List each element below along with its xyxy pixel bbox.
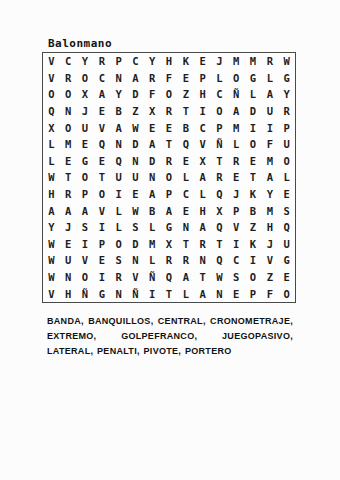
- grid-cell[interactable]: E: [177, 70, 194, 87]
- grid-cell[interactable]: R: [261, 53, 278, 70]
- grid-cell[interactable]: O: [77, 70, 94, 87]
- grid-cell[interactable]: A: [194, 169, 211, 186]
- grid-cell[interactable]: E: [194, 53, 211, 70]
- grid-cell[interactable]: B: [144, 202, 161, 219]
- grid-cell[interactable]: A: [261, 169, 278, 186]
- grid-cell[interactable]: J: [77, 103, 94, 120]
- grid-cell[interactable]: B: [110, 103, 127, 120]
- grid-cell[interactable]: G: [77, 153, 94, 170]
- grid-cell[interactable]: A: [261, 86, 278, 103]
- grid-cell[interactable]: I: [261, 119, 278, 136]
- grid-cell[interactable]: A: [60, 202, 77, 219]
- grid-cell[interactable]: F: [161, 70, 178, 87]
- grid-cell[interactable]: W: [43, 269, 60, 286]
- word-list: BANDA, BANQUILLOS, CENTRAL, CRONOMETRAJE…: [47, 314, 293, 359]
- grid-cell[interactable]: I: [245, 119, 262, 136]
- grid-cell[interactable]: N: [211, 285, 228, 302]
- grid-cell[interactable]: P: [211, 119, 228, 136]
- grid-cell[interactable]: I: [245, 252, 262, 269]
- grid-cell[interactable]: M: [144, 236, 161, 253]
- grid-cell[interactable]: N: [194, 252, 211, 269]
- grid-cell[interactable]: Y: [278, 86, 295, 103]
- grid-cell[interactable]: V: [261, 252, 278, 269]
- grid-cell[interactable]: L: [194, 186, 211, 203]
- grid-cell[interactable]: D: [245, 103, 262, 120]
- grid-cell[interactable]: G: [278, 70, 295, 87]
- grid-cell[interactable]: U: [261, 103, 278, 120]
- grid-cell[interactable]: N: [110, 70, 127, 87]
- grid-cell[interactable]: W: [127, 119, 144, 136]
- grid-cell[interactable]: Y: [261, 186, 278, 203]
- grid-cell[interactable]: Q: [211, 219, 228, 236]
- grid-cell[interactable]: T: [93, 169, 110, 186]
- grid-cell[interactable]: S: [127, 219, 144, 236]
- grid-cell[interactable]: C: [93, 70, 110, 87]
- grid-cell[interactable]: N: [177, 219, 194, 236]
- grid-cell[interactable]: E: [278, 269, 295, 286]
- grid-cell[interactable]: M: [228, 119, 245, 136]
- grid-cell[interactable]: T: [177, 103, 194, 120]
- grid-cell[interactable]: L: [177, 285, 194, 302]
- grid-cell[interactable]: E: [228, 285, 245, 302]
- grid-cell[interactable]: R: [228, 153, 245, 170]
- grid-cell[interactable]: L: [278, 169, 295, 186]
- grid-cell[interactable]: R: [211, 169, 228, 186]
- grid-cell[interactable]: A: [144, 136, 161, 153]
- grid-cell[interactable]: M: [60, 136, 77, 153]
- grid-cell[interactable]: Z: [177, 86, 194, 103]
- grid-cell[interactable]: K: [177, 53, 194, 70]
- grid-cell[interactable]: L: [177, 169, 194, 186]
- grid-cell[interactable]: P: [93, 236, 110, 253]
- grid-cell[interactable]: R: [110, 269, 127, 286]
- grid-cell[interactable]: I: [93, 219, 110, 236]
- grid-cell[interactable]: R: [177, 252, 194, 269]
- grid-cell[interactable]: D: [127, 86, 144, 103]
- grid-cell[interactable]: A: [228, 103, 245, 120]
- grid-cell[interactable]: O: [93, 186, 110, 203]
- grid-cell[interactable]: S: [278, 202, 295, 219]
- grid-cell[interactable]: F: [144, 86, 161, 103]
- grid-cell[interactable]: O: [60, 119, 77, 136]
- grid-cell[interactable]: N: [60, 269, 77, 286]
- grid-cell[interactable]: L: [211, 70, 228, 87]
- grid-cell[interactable]: J: [261, 236, 278, 253]
- grid-cell[interactable]: V: [43, 70, 60, 87]
- grid-cell[interactable]: W: [278, 53, 295, 70]
- grid-cell[interactable]: X: [194, 153, 211, 170]
- grid-cell[interactable]: L: [144, 219, 161, 236]
- grid-cell[interactable]: S: [228, 269, 245, 286]
- grid-cell[interactable]: E: [60, 153, 77, 170]
- grid-cell[interactable]: Z: [261, 269, 278, 286]
- grid-cell[interactable]: O: [245, 269, 262, 286]
- grid-cell[interactable]: R: [161, 103, 178, 120]
- grid-cell[interactable]: V: [228, 219, 245, 236]
- grid-cell[interactable]: X: [161, 236, 178, 253]
- grid-cell[interactable]: W: [211, 269, 228, 286]
- grid-cell[interactable]: X: [43, 119, 60, 136]
- grid-cell[interactable]: W: [43, 169, 60, 186]
- grid-cell[interactable]: U: [278, 236, 295, 253]
- grid-cell[interactable]: A: [177, 269, 194, 286]
- grid-cell[interactable]: W: [43, 252, 60, 269]
- grid-cell[interactable]: N: [110, 136, 127, 153]
- grid-cell[interactable]: D: [127, 236, 144, 253]
- grid-cell[interactable]: Q: [211, 252, 228, 269]
- grid-cell[interactable]: E: [93, 103, 110, 120]
- grid-cell[interactable]: F: [261, 136, 278, 153]
- grid-cell[interactable]: V: [93, 202, 110, 219]
- grid-cell[interactable]: X: [144, 103, 161, 120]
- grid-cell[interactable]: Ñ: [127, 285, 144, 302]
- grid-cell[interactable]: K: [245, 186, 262, 203]
- grid-cell[interactable]: P: [278, 119, 295, 136]
- grid-cell[interactable]: Y: [144, 53, 161, 70]
- grid-cell[interactable]: V: [93, 119, 110, 136]
- grid-cell[interactable]: N: [60, 103, 77, 120]
- grid-cell[interactable]: Y: [110, 86, 127, 103]
- grid-cell[interactable]: O: [43, 86, 60, 103]
- grid-cell[interactable]: M: [261, 153, 278, 170]
- grid-cell[interactable]: A: [110, 119, 127, 136]
- grid-cell[interactable]: T: [161, 136, 178, 153]
- grid-cell[interactable]: U: [127, 169, 144, 186]
- grid-cell[interactable]: A: [43, 202, 60, 219]
- grid-cell[interactable]: Y: [77, 53, 94, 70]
- grid-cell[interactable]: P: [228, 202, 245, 219]
- grid-cell[interactable]: H: [161, 53, 178, 70]
- grid-cell[interactable]: S: [77, 219, 94, 236]
- grid-cell[interactable]: N: [110, 285, 127, 302]
- grid-cell[interactable]: E: [77, 136, 94, 153]
- grid-cell[interactable]: V: [43, 53, 60, 70]
- grid-cell[interactable]: T: [177, 236, 194, 253]
- grid-cell[interactable]: B: [245, 202, 262, 219]
- grid-cell[interactable]: E: [278, 186, 295, 203]
- grid-cell[interactable]: I: [77, 236, 94, 253]
- grid-cell[interactable]: A: [194, 219, 211, 236]
- grid-cell[interactable]: M: [228, 53, 245, 70]
- grid-cell[interactable]: R: [60, 70, 77, 87]
- grid-cell[interactable]: Q: [93, 136, 110, 153]
- grid-cell[interactable]: W: [127, 202, 144, 219]
- grid-cell[interactable]: L: [43, 153, 60, 170]
- grid-cell[interactable]: P: [245, 285, 262, 302]
- grid-cell[interactable]: C: [60, 53, 77, 70]
- grid-cell[interactable]: T: [194, 269, 211, 286]
- grid-cell[interactable]: L: [245, 86, 262, 103]
- grid-cell[interactable]: E: [228, 169, 245, 186]
- grid-cell[interactable]: E: [245, 153, 262, 170]
- word-search-grid: VCYRPCYHKEJMMRWVROCNARFEPLOGLGOOXAYDFOZH…: [42, 52, 296, 303]
- grid-cell[interactable]: O: [161, 169, 178, 186]
- grid-cell[interactable]: R: [144, 70, 161, 87]
- grid-cell[interactable]: E: [127, 186, 144, 203]
- grid-cell[interactable]: V: [77, 252, 94, 269]
- grid-cell[interactable]: Z: [127, 103, 144, 120]
- grid-cell[interactable]: K: [245, 236, 262, 253]
- grid-cell[interactable]: E: [177, 202, 194, 219]
- grid-cell[interactable]: G: [278, 252, 295, 269]
- grid-cell[interactable]: I: [93, 269, 110, 286]
- grid-cell[interactable]: E: [60, 236, 77, 253]
- grid-cell[interactable]: Q: [110, 153, 127, 170]
- grid-cell[interactable]: Q: [177, 136, 194, 153]
- grid-cell[interactable]: E: [177, 153, 194, 170]
- grid-cell[interactable]: A: [127, 70, 144, 87]
- grid-cell[interactable]: N: [144, 169, 161, 186]
- grid-cell[interactable]: O: [245, 136, 262, 153]
- grid-cell[interactable]: Ñ: [144, 269, 161, 286]
- grid-cell[interactable]: O: [77, 269, 94, 286]
- grid-cell[interactable]: L: [110, 202, 127, 219]
- grid-cell[interactable]: R: [278, 103, 295, 120]
- grid-cell[interactable]: W: [43, 236, 60, 253]
- grid-cell[interactable]: Z: [245, 219, 262, 236]
- grid-cell[interactable]: L: [43, 136, 60, 153]
- grid-cell[interactable]: Q: [278, 219, 295, 236]
- grid-cell[interactable]: Q: [43, 103, 60, 120]
- worksheet-page: Balonmano VCYRPCYHKEJMMRWVROCNARFEPLOGLG…: [0, 0, 340, 480]
- grid-cell[interactable]: L: [228, 136, 245, 153]
- grid-cell[interactable]: D: [127, 136, 144, 153]
- grid-cell[interactable]: H: [60, 285, 77, 302]
- grid-cell[interactable]: O: [278, 285, 295, 302]
- grid-cell[interactable]: O: [211, 103, 228, 120]
- grid-cell[interactable]: E: [93, 153, 110, 170]
- grid-cell[interactable]: O: [77, 169, 94, 186]
- grid-cell[interactable]: R: [161, 252, 178, 269]
- grid-cell[interactable]: J: [211, 53, 228, 70]
- puzzle-title: Balonmano: [48, 38, 112, 50]
- grid-cell[interactable]: H: [194, 86, 211, 103]
- grid-cell[interactable]: C: [194, 119, 211, 136]
- grid-cell[interactable]: H: [194, 202, 211, 219]
- grid-cell[interactable]: G: [161, 219, 178, 236]
- grid-cell[interactable]: H: [43, 186, 60, 203]
- grid-cell[interactable]: B: [177, 119, 194, 136]
- grid-cell[interactable]: U: [60, 252, 77, 269]
- grid-cell[interactable]: G: [245, 70, 262, 87]
- grid-cell[interactable]: N: [127, 153, 144, 170]
- grid-cell[interactable]: F: [261, 285, 278, 302]
- grid-cell[interactable]: E: [161, 119, 178, 136]
- grid-cell[interactable]: X: [211, 202, 228, 219]
- grid-cell[interactable]: Q: [211, 186, 228, 203]
- grid-cell[interactable]: P: [194, 70, 211, 87]
- grid-cell[interactable]: R: [194, 236, 211, 253]
- grid-cell[interactable]: T: [211, 236, 228, 253]
- grid-cell[interactable]: C: [127, 53, 144, 70]
- grid-cell[interactable]: Ñ: [228, 86, 245, 103]
- grid-cell[interactable]: I: [110, 186, 127, 203]
- grid-cell[interactable]: M: [245, 53, 262, 70]
- grid-cell[interactable]: P: [161, 186, 178, 203]
- grid-cell[interactable]: A: [194, 285, 211, 302]
- grid-cell[interactable]: N: [127, 252, 144, 269]
- grid-cell[interactable]: E: [93, 252, 110, 269]
- grid-cell[interactable]: I: [228, 236, 245, 253]
- grid-cell[interactable]: A: [144, 186, 161, 203]
- grid-cell[interactable]: R: [161, 153, 178, 170]
- grid-cell[interactable]: U: [77, 119, 94, 136]
- grid-cell[interactable]: C: [211, 86, 228, 103]
- grid-cell[interactable]: G: [93, 285, 110, 302]
- grid-cell[interactable]: L: [261, 70, 278, 87]
- grid-cell[interactable]: A: [93, 86, 110, 103]
- grid-cell[interactable]: D: [144, 153, 161, 170]
- grid-cell[interactable]: L: [144, 252, 161, 269]
- grid-cell[interactable]: O: [228, 70, 245, 87]
- grid-cell[interactable]: R: [93, 53, 110, 70]
- grid-cell[interactable]: Q: [161, 269, 178, 286]
- grid-cell[interactable]: J: [60, 219, 77, 236]
- grid-cell[interactable]: T: [245, 169, 262, 186]
- grid-cell[interactable]: O: [161, 86, 178, 103]
- grid-cell[interactable]: X: [77, 86, 94, 103]
- grid-cell[interactable]: L: [110, 219, 127, 236]
- grid-cell[interactable]: O: [110, 236, 127, 253]
- grid-cell[interactable]: S: [110, 252, 127, 269]
- grid-cell[interactable]: J: [228, 186, 245, 203]
- grid-cell[interactable]: I: [194, 103, 211, 120]
- grid-cell[interactable]: C: [177, 186, 194, 203]
- grid-cell[interactable]: V: [43, 285, 60, 302]
- grid-cell[interactable]: U: [110, 169, 127, 186]
- grid-cell[interactable]: U: [278, 136, 295, 153]
- grid-cell[interactable]: A: [77, 202, 94, 219]
- grid-cell[interactable]: Ñ: [77, 285, 94, 302]
- grid-cell[interactable]: H: [261, 219, 278, 236]
- grid-cell[interactable]: C: [228, 252, 245, 269]
- grid-cell[interactable]: T: [161, 285, 178, 302]
- grid-cell[interactable]: O: [278, 153, 295, 170]
- grid-cell[interactable]: M: [261, 202, 278, 219]
- grid-cell[interactable]: T: [211, 153, 228, 170]
- grid-cell[interactable]: P: [77, 186, 94, 203]
- grid-cell[interactable]: P: [110, 53, 127, 70]
- grid-cell[interactable]: V: [127, 269, 144, 286]
- grid-cell[interactable]: O: [60, 86, 77, 103]
- grid-cell[interactable]: E: [144, 119, 161, 136]
- grid-cell[interactable]: Ñ: [211, 136, 228, 153]
- grid-cell[interactable]: Y: [43, 219, 60, 236]
- grid-cell[interactable]: R: [60, 186, 77, 203]
- grid-cell[interactable]: T: [60, 169, 77, 186]
- grid-cell[interactable]: I: [144, 285, 161, 302]
- grid-cell[interactable]: A: [161, 202, 178, 219]
- grid-cell[interactable]: V: [194, 136, 211, 153]
